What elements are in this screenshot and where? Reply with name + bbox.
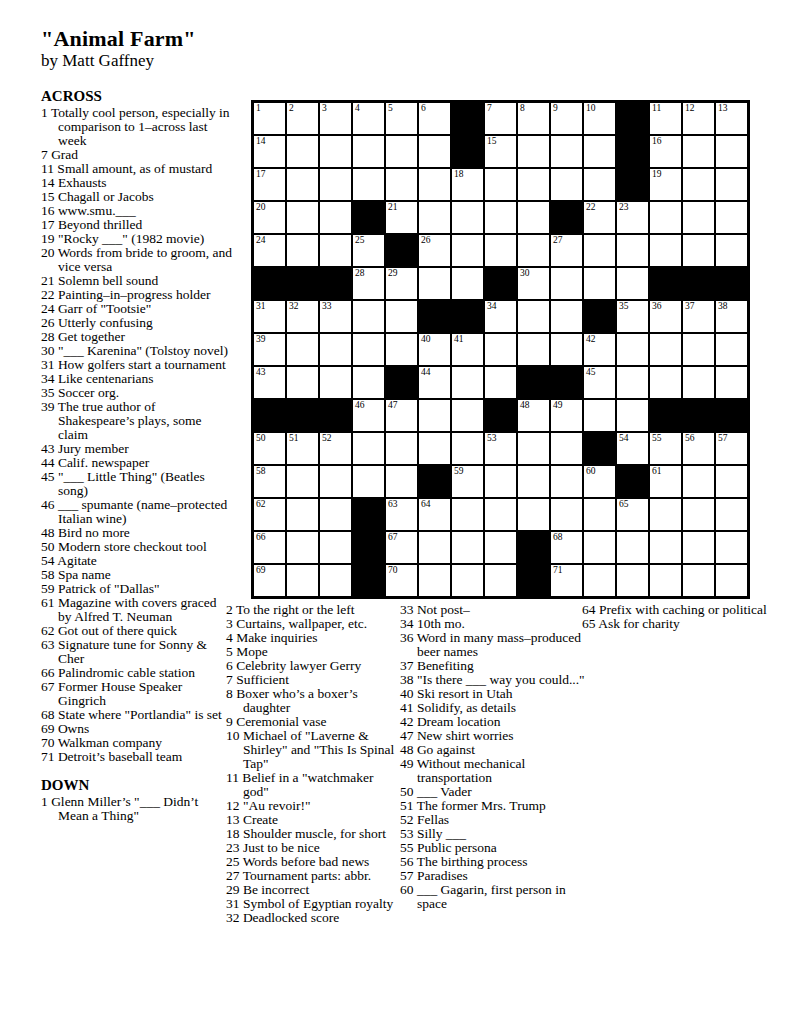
cell-r1c15[interactable]: 13 (716, 103, 747, 134)
cell-number-69: 69 (256, 565, 266, 576)
cell-r12c2[interactable] (287, 466, 318, 497)
cell-r8c15[interactable] (716, 334, 747, 365)
black-cell-r6c2 (287, 268, 318, 299)
cell-r2c9[interactable] (518, 136, 549, 167)
black-cell-r10c13 (650, 400, 681, 431)
cell-r14c12[interactable] (617, 532, 648, 563)
across-clue-69: 69 Owns (41, 722, 232, 736)
across-clue-34: 34 Like centenarians (41, 372, 232, 386)
cell-r11c7[interactable] (452, 433, 483, 464)
across-clue-71: 71 Detroit’s baseball team (41, 750, 232, 764)
cell-r9c4[interactable] (353, 367, 384, 398)
cell-r3c11[interactable] (584, 169, 615, 200)
cell-r5c1[interactable]: 24 (254, 235, 285, 266)
cell-r8c6[interactable]: 40 (419, 334, 450, 365)
cell-r8c1[interactable]: 39 (254, 334, 285, 365)
cell-r13c3[interactable] (320, 499, 351, 530)
black-cell-r10c14 (683, 400, 714, 431)
cell-r13c13[interactable] (650, 499, 681, 530)
cell-r15c12[interactable] (617, 565, 648, 596)
cell-r8c14[interactable] (683, 334, 714, 365)
cell-r3c5[interactable] (386, 169, 417, 200)
down-clue-list-part2: 2 To the right or the left3 Curtains, wa… (226, 603, 401, 925)
cell-r14c1[interactable]: 66 (254, 532, 285, 563)
cell-r13c1[interactable]: 62 (254, 499, 285, 530)
cell-r6c5[interactable]: 29 (386, 268, 417, 299)
cell-r3c1[interactable]: 17 (254, 169, 285, 200)
cell-number-41: 41 (454, 334, 464, 345)
black-cell-r13c4 (353, 499, 384, 530)
cell-r15c13[interactable] (650, 565, 681, 596)
cell-r4c9[interactable] (518, 202, 549, 233)
cell-r15c14[interactable] (683, 565, 714, 596)
cell-number-32: 32 (289, 301, 299, 312)
cell-r10c9[interactable]: 48 (518, 400, 549, 431)
cell-r7c2[interactable]: 32 (287, 301, 318, 332)
cell-r1c10[interactable]: 9 (551, 103, 582, 134)
cell-r2c14[interactable] (683, 136, 714, 167)
cell-r11c15[interactable]: 57 (716, 433, 747, 464)
cell-r4c8[interactable] (485, 202, 516, 233)
cell-r12c14[interactable] (683, 466, 714, 497)
cell-r12c10[interactable] (551, 466, 582, 497)
cell-r7c10[interactable] (551, 301, 582, 332)
cell-r14c13[interactable] (650, 532, 681, 563)
cell-r11c2[interactable]: 51 (287, 433, 318, 464)
cell-r2c4[interactable] (353, 136, 384, 167)
cell-r2c5[interactable] (386, 136, 417, 167)
cell-r4c2[interactable] (287, 202, 318, 233)
cell-r1c14[interactable]: 12 (683, 103, 714, 134)
black-cell-r3c12 (617, 169, 648, 200)
cell-r8c13[interactable] (650, 334, 681, 365)
down-clue-7: 7 Sufficient (226, 673, 401, 687)
black-cell-r2c7 (452, 136, 483, 167)
cell-r6c10[interactable] (551, 268, 582, 299)
black-cell-r9c10 (551, 367, 582, 398)
cell-number-67: 67 (388, 532, 398, 543)
cell-r2c10[interactable] (551, 136, 582, 167)
cell-r3c6[interactable] (419, 169, 450, 200)
cell-r1c11[interactable]: 10 (584, 103, 615, 134)
cell-r8c12[interactable] (617, 334, 648, 365)
cell-r13c5[interactable]: 63 (386, 499, 417, 530)
cell-r2c11[interactable] (584, 136, 615, 167)
cell-r12c11[interactable]: 60 (584, 466, 615, 497)
cell-r2c6[interactable] (419, 136, 450, 167)
cell-number-55: 55 (652, 433, 662, 444)
cell-r2c3[interactable] (320, 136, 351, 167)
cell-number-54: 54 (619, 433, 629, 444)
across-clue-63: 63 Signature tune for Sonny & Cher (41, 638, 232, 666)
down-clue-9: 9 Ceremonial vase (226, 715, 401, 729)
cell-number-17: 17 (256, 169, 266, 180)
cell-number-70: 70 (388, 565, 398, 576)
cell-number-52: 52 (322, 433, 332, 444)
cell-r3c15[interactable] (716, 169, 747, 200)
cell-r12c4[interactable] (353, 466, 384, 497)
down-clue-2: 2 To the right or the left (226, 603, 401, 617)
black-cell-r10c1 (254, 400, 285, 431)
cell-r3c14[interactable] (683, 169, 714, 200)
across-clue-19: 19 "Rocky ___" (1982 movie) (41, 232, 232, 246)
cell-r1c4[interactable]: 4 (353, 103, 384, 134)
cell-r11c14[interactable]: 56 (683, 433, 714, 464)
cell-number-36: 36 (652, 301, 662, 312)
cell-r6c12[interactable] (617, 268, 648, 299)
cell-number-4: 4 (355, 103, 360, 114)
cell-r14c2[interactable] (287, 532, 318, 563)
cell-number-1: 1 (256, 103, 261, 114)
cell-r1c2[interactable]: 2 (287, 103, 318, 134)
cell-r7c3[interactable]: 33 (320, 301, 351, 332)
cell-r12c3[interactable] (320, 466, 351, 497)
cell-r14c15[interactable] (716, 532, 747, 563)
cell-r15c1[interactable]: 69 (254, 565, 285, 596)
cell-r2c2[interactable] (287, 136, 318, 167)
cell-r4c12[interactable]: 23 (617, 202, 648, 233)
cell-r6c7[interactable] (452, 268, 483, 299)
cell-r14c14[interactable] (683, 532, 714, 563)
across-clue-66: 66 Palindromic cable station (41, 666, 232, 680)
cell-r9c3[interactable] (320, 367, 351, 398)
cell-r1c3[interactable]: 3 (320, 103, 351, 134)
cell-r9c2[interactable] (287, 367, 318, 398)
cell-number-12: 12 (685, 103, 695, 114)
cell-r14c11[interactable] (584, 532, 615, 563)
cell-r11c5[interactable] (386, 433, 417, 464)
cell-r1c5[interactable]: 5 (386, 103, 417, 134)
cell-r8c5[interactable] (386, 334, 417, 365)
cell-r13c15[interactable] (716, 499, 747, 530)
black-cell-r6c13 (650, 268, 681, 299)
cell-number-28: 28 (355, 268, 365, 279)
cell-number-58: 58 (256, 466, 266, 477)
cell-number-51: 51 (289, 433, 299, 444)
cell-r11c6[interactable] (419, 433, 450, 464)
down-clue-23: 23 Just to be nice (226, 841, 401, 855)
cell-r3c8[interactable] (485, 169, 516, 200)
cell-r5c14[interactable] (683, 235, 714, 266)
across-clue-54: 54 Agitate (41, 554, 232, 568)
cell-r15c10[interactable]: 71 (551, 565, 582, 596)
left-clue-column: ACROSS 1 Totally cool person, especially… (41, 88, 232, 823)
cell-r5c6[interactable]: 26 (419, 235, 450, 266)
down-clue-41: 41 Solidify, as details (400, 701, 585, 715)
across-clue-45: 45 "___ Little Thing" (Beatles song) (41, 470, 232, 498)
cell-number-13: 13 (718, 103, 728, 114)
cell-r8c11[interactable]: 42 (584, 334, 615, 365)
puzzle-byline: by Matt Gaffney (41, 51, 154, 71)
cell-r9c6[interactable]: 44 (419, 367, 450, 398)
down-clue-6: 6 Celebrity lawyer Gerry (226, 659, 401, 673)
cell-r10c10[interactable]: 49 (551, 400, 582, 431)
cell-r5c10[interactable]: 27 (551, 235, 582, 266)
cell-r2c8[interactable]: 15 (485, 136, 516, 167)
down-clue-37: 37 Benefiting (400, 659, 585, 673)
down-clue-13: 13 Create (226, 813, 401, 827)
cell-r7c1[interactable]: 31 (254, 301, 285, 332)
down-clue-40: 40 Ski resort in Utah (400, 687, 585, 701)
cell-number-35: 35 (619, 301, 629, 312)
cell-r14c5[interactable]: 67 (386, 532, 417, 563)
black-cell-r14c9 (518, 532, 549, 563)
cell-r3c2[interactable] (287, 169, 318, 200)
cell-r11c9[interactable] (518, 433, 549, 464)
cell-r7c12[interactable]: 35 (617, 301, 648, 332)
cell-r2c1[interactable]: 14 (254, 136, 285, 167)
cell-r15c5[interactable]: 70 (386, 565, 417, 596)
cell-r15c11[interactable] (584, 565, 615, 596)
cell-r11c3[interactable]: 52 (320, 433, 351, 464)
cell-number-39: 39 (256, 334, 266, 345)
cell-number-24: 24 (256, 235, 266, 246)
black-cell-r12c6 (419, 466, 450, 497)
cell-r14c3[interactable] (320, 532, 351, 563)
across-clue-11: 11 Small amount, as of mustard (41, 162, 232, 176)
cell-number-44: 44 (421, 367, 431, 378)
down-clue-57: 57 Paradises (400, 869, 585, 883)
cell-r3c3[interactable] (320, 169, 351, 200)
cell-r15c8[interactable] (485, 565, 516, 596)
across-clue-44: 44 Calif. newspaper (41, 456, 232, 470)
cell-r6c4[interactable]: 28 (353, 268, 384, 299)
cell-number-71: 71 (553, 565, 563, 576)
black-cell-r10c2 (287, 400, 318, 431)
cell-r9c12[interactable] (617, 367, 648, 398)
cell-r9c1[interactable]: 43 (254, 367, 285, 398)
cell-r7c9[interactable] (518, 301, 549, 332)
cell-r11c10[interactable] (551, 433, 582, 464)
cell-r7c15[interactable]: 38 (716, 301, 747, 332)
cell-r14c8[interactable] (485, 532, 516, 563)
cell-r5c11[interactable] (584, 235, 615, 266)
black-cell-r1c7 (452, 103, 483, 134)
cell-r11c1[interactable]: 50 (254, 433, 285, 464)
cell-r12c13[interactable]: 61 (650, 466, 681, 497)
cell-r12c8[interactable] (485, 466, 516, 497)
cell-number-66: 66 (256, 532, 266, 543)
cell-r12c1[interactable]: 58 (254, 466, 285, 497)
cell-r6c6[interactable] (419, 268, 450, 299)
cell-r3c9[interactable] (518, 169, 549, 200)
cell-r10c6[interactable] (419, 400, 450, 431)
cell-r11c8[interactable]: 53 (485, 433, 516, 464)
down-clue-56: 56 The birthing process (400, 855, 585, 869)
cell-r3c13[interactable]: 19 (650, 169, 681, 200)
down-clue-11: 11 Belief in a "watchmaker god" (226, 771, 401, 799)
down-clue-5: 5 Mope (226, 645, 401, 659)
down-clue-12: 12 "Au revoir!" (226, 799, 401, 813)
cell-r4c5[interactable]: 21 (386, 202, 417, 233)
across-clue-17: 17 Beyond thrilled (41, 218, 232, 232)
cell-r11c4[interactable] (353, 433, 384, 464)
cell-number-14: 14 (256, 136, 266, 147)
cell-r10c5[interactable]: 47 (386, 400, 417, 431)
cell-r13c8[interactable] (485, 499, 516, 530)
down-clue-27: 27 Tournament parts: abbr. (226, 869, 401, 883)
cell-number-68: 68 (553, 532, 563, 543)
cell-r13c11[interactable] (584, 499, 615, 530)
cell-r4c3[interactable] (320, 202, 351, 233)
cell-number-60: 60 (586, 466, 596, 477)
cell-r7c13[interactable]: 36 (650, 301, 681, 332)
cell-r12c7[interactable]: 59 (452, 466, 483, 497)
cell-number-16: 16 (652, 136, 662, 147)
black-cell-r15c9 (518, 565, 549, 596)
cell-r10c4[interactable]: 46 (353, 400, 384, 431)
cell-r10c7[interactable] (452, 400, 483, 431)
black-cell-r6c3 (320, 268, 351, 299)
cell-r1c6[interactable]: 6 (419, 103, 450, 134)
cell-r9c8[interactable] (485, 367, 516, 398)
cell-r8c9[interactable] (518, 334, 549, 365)
cell-number-47: 47 (388, 400, 398, 411)
cell-r1c9[interactable]: 8 (518, 103, 549, 134)
cell-r6c11[interactable] (584, 268, 615, 299)
cell-r1c1[interactable]: 1 (254, 103, 285, 134)
cell-r1c13[interactable]: 11 (650, 103, 681, 134)
black-cell-r5c5 (386, 235, 417, 266)
down-clue-18: 18 Shoulder muscle, for short (226, 827, 401, 841)
cell-number-31: 31 (256, 301, 266, 312)
cell-number-27: 27 (553, 235, 563, 246)
cell-number-64: 64 (421, 499, 431, 510)
cell-r4c6[interactable] (419, 202, 450, 233)
cell-r11c12[interactable]: 54 (617, 433, 648, 464)
across-clue-24: 24 Garr of "Tootsie" (41, 302, 232, 316)
across-clue-70: 70 Walkman company (41, 736, 232, 750)
cell-r3c10[interactable] (551, 169, 582, 200)
cell-r6c9[interactable]: 30 (518, 268, 549, 299)
down-clue-8: 8 Boxer who’s a boxer’s daughter (226, 687, 401, 715)
cell-r11c13[interactable]: 55 (650, 433, 681, 464)
cell-r7c8[interactable]: 34 (485, 301, 516, 332)
down-clue-1: 1 Glenn Miller’s "___ Didn’t Mean a Thin… (41, 795, 232, 823)
cell-r13c14[interactable] (683, 499, 714, 530)
cell-r15c7[interactable] (452, 565, 483, 596)
cell-r5c8[interactable] (485, 235, 516, 266)
cell-r13c2[interactable] (287, 499, 318, 530)
cell-r4c14[interactable] (683, 202, 714, 233)
across-clue-21: 21 Solemn bell sound (41, 274, 232, 288)
cell-r7c14[interactable]: 37 (683, 301, 714, 332)
cell-r3c7[interactable]: 18 (452, 169, 483, 200)
black-cell-r7c6 (419, 301, 450, 332)
cell-r7c5[interactable] (386, 301, 417, 332)
cell-number-3: 3 (322, 103, 327, 114)
cell-r13c9[interactable] (518, 499, 549, 530)
cell-r8c2[interactable] (287, 334, 318, 365)
cell-r8c3[interactable] (320, 334, 351, 365)
down-clue-3: 3 Curtains, wallpaper, etc. (226, 617, 401, 631)
down-clue-64: 64 Prefix with caching or political (582, 603, 782, 617)
cell-number-9: 9 (553, 103, 558, 114)
cell-r15c3[interactable] (320, 565, 351, 596)
cell-r3c4[interactable] (353, 169, 384, 200)
across-clue-35: 35 Soccer org. (41, 386, 232, 400)
cell-r14c10[interactable]: 68 (551, 532, 582, 563)
cell-r9c15[interactable] (716, 367, 747, 398)
cell-r8c7[interactable]: 41 (452, 334, 483, 365)
cell-number-15: 15 (487, 136, 497, 147)
cell-r13c7[interactable] (452, 499, 483, 530)
across-clue-43: 43 Jury member (41, 442, 232, 456)
cell-r15c6[interactable] (419, 565, 450, 596)
cell-r12c15[interactable] (716, 466, 747, 497)
black-cell-r4c10 (551, 202, 582, 233)
cell-r13c6[interactable]: 64 (419, 499, 450, 530)
cell-r15c2[interactable] (287, 565, 318, 596)
cell-r14c7[interactable] (452, 532, 483, 563)
cell-r15c15[interactable] (716, 565, 747, 596)
down-clue-51: 51 The former Mrs. Trump (400, 799, 585, 813)
cell-r2c15[interactable] (716, 136, 747, 167)
cell-number-43: 43 (256, 367, 266, 378)
cell-number-21: 21 (388, 202, 398, 213)
cell-r9c14[interactable] (683, 367, 714, 398)
black-cell-r2c12 (617, 136, 648, 167)
black-cell-r10c8 (485, 400, 516, 431)
cell-number-19: 19 (652, 169, 662, 180)
cell-r9c13[interactable] (650, 367, 681, 398)
cell-r5c15[interactable] (716, 235, 747, 266)
cell-r1c8[interactable]: 7 (485, 103, 516, 134)
cell-r13c10[interactable] (551, 499, 582, 530)
cell-r4c13[interactable] (650, 202, 681, 233)
cell-r14c6[interactable] (419, 532, 450, 563)
down-clue-list-part3: 33 Not post–34 10th mo.36 Word in many m… (400, 603, 585, 911)
cell-r4c11[interactable]: 22 (584, 202, 615, 233)
cell-r2c13[interactable]: 16 (650, 136, 681, 167)
across-clue-48: 48 Bird no more (41, 526, 232, 540)
across-clue-list: 1 Totally cool person, especially in com… (41, 106, 232, 764)
cell-r13c12[interactable]: 65 (617, 499, 648, 530)
cell-r5c7[interactable] (452, 235, 483, 266)
cell-r4c1[interactable]: 20 (254, 202, 285, 233)
down-clue-48: 48 Go against (400, 743, 585, 757)
cell-r5c13[interactable] (650, 235, 681, 266)
cell-r9c7[interactable] (452, 367, 483, 398)
across-clue-30: 30 "___ Karenina" (Tolstoy novel) (41, 344, 232, 358)
cell-number-42: 42 (586, 334, 596, 345)
cell-r5c2[interactable] (287, 235, 318, 266)
down-clue-list-part4: 64 Prefix with caching or political65 As… (582, 603, 782, 631)
down-clue-list-part1: 1 Glenn Miller’s "___ Didn’t Mean a Thin… (41, 795, 232, 823)
cell-r10c12[interactable] (617, 400, 648, 431)
cell-r9c11[interactable]: 45 (584, 367, 615, 398)
cell-r10c11[interactable] (584, 400, 615, 431)
cell-r5c4[interactable]: 25 (353, 235, 384, 266)
black-cell-r6c14 (683, 268, 714, 299)
across-header: ACROSS (41, 88, 232, 105)
cell-r5c12[interactable] (617, 235, 648, 266)
cell-r4c15[interactable] (716, 202, 747, 233)
cell-r8c10[interactable] (551, 334, 582, 365)
cell-r5c3[interactable] (320, 235, 351, 266)
cell-r4c7[interactable] (452, 202, 483, 233)
cell-number-10: 10 (586, 103, 596, 114)
cell-r7c4[interactable] (353, 301, 384, 332)
cell-r12c5[interactable] (386, 466, 417, 497)
down-clue-33: 33 Not post– (400, 603, 585, 617)
cell-r8c4[interactable] (353, 334, 384, 365)
black-cell-r7c11 (584, 301, 615, 332)
cell-r12c9[interactable] (518, 466, 549, 497)
cell-r5c9[interactable] (518, 235, 549, 266)
cell-r8c8[interactable] (485, 334, 516, 365)
cell-number-18: 18 (454, 169, 464, 180)
